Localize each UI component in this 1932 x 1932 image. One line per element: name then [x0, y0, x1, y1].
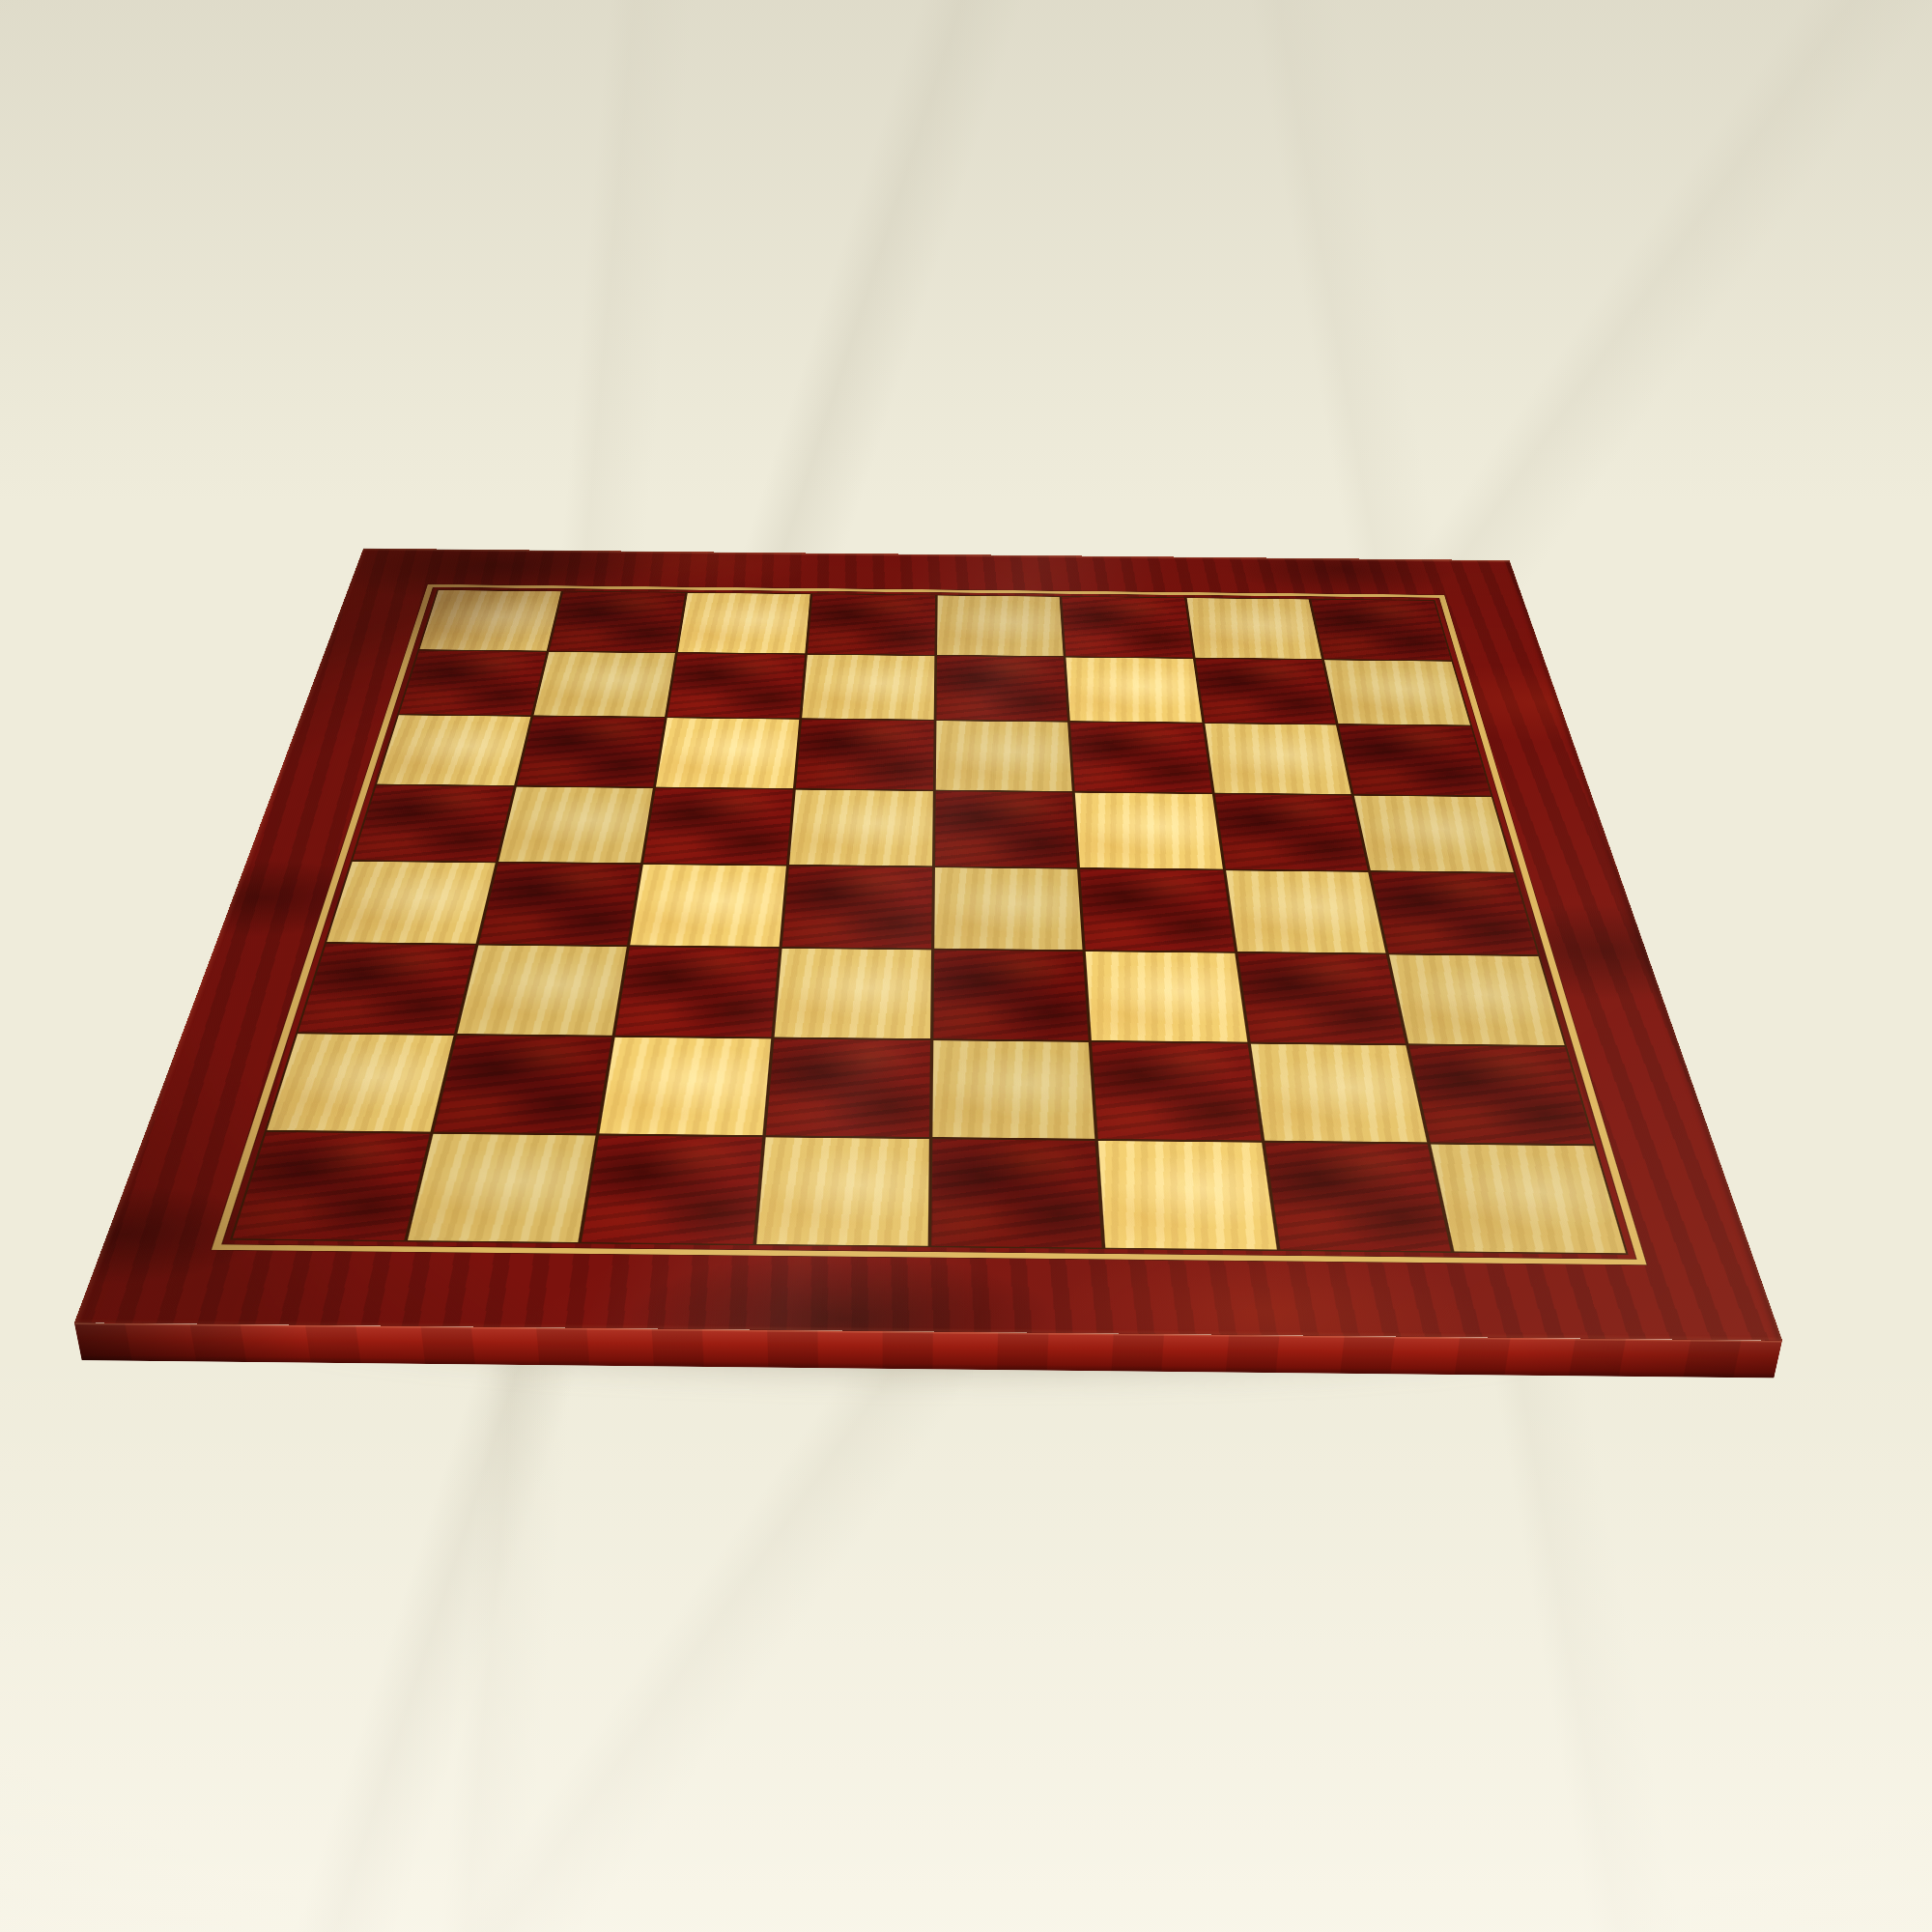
- square-c5: [643, 788, 792, 865]
- square-f1: [1098, 1141, 1277, 1249]
- square-h4: [1372, 872, 1538, 955]
- square-b1: [407, 1134, 595, 1242]
- square-d8: [808, 594, 935, 655]
- square-e3: [933, 951, 1089, 1040]
- square-h2: [1409, 1045, 1594, 1144]
- square-a6: [377, 715, 530, 784]
- square-a1: [233, 1132, 430, 1240]
- square-d1: [756, 1138, 928, 1246]
- square-a3: [298, 944, 475, 1034]
- square-g3: [1237, 953, 1406, 1043]
- square-c4: [630, 865, 785, 947]
- square-e2: [932, 1040, 1095, 1139]
- square-a2: [267, 1034, 453, 1132]
- photo-scene: [0, 0, 1932, 1932]
- square-f4: [1080, 868, 1235, 952]
- square-f6: [1070, 723, 1211, 793]
- board-perspective-wrapper: [241, 174, 1627, 1560]
- square-d4: [782, 866, 932, 948]
- square-b6: [517, 717, 665, 787]
- square-g5: [1215, 794, 1369, 870]
- square-g2: [1251, 1043, 1428, 1142]
- square-a7: [399, 650, 546, 715]
- square-e6: [935, 721, 1072, 791]
- square-d5: [789, 790, 932, 867]
- square-g6: [1205, 724, 1351, 794]
- square-f3: [1086, 952, 1247, 1041]
- square-b3: [457, 946, 627, 1036]
- square-c3: [615, 947, 779, 1037]
- square-c6: [656, 718, 799, 788]
- square-g4: [1226, 870, 1386, 953]
- square-c2: [600, 1037, 771, 1136]
- square-e5: [935, 791, 1078, 867]
- square-h7: [1324, 660, 1470, 725]
- square-f2: [1092, 1042, 1261, 1141]
- square-f7: [1066, 657, 1203, 722]
- square-e8: [937, 595, 1064, 656]
- square-c7: [668, 653, 805, 718]
- square-h5: [1354, 796, 1514, 872]
- square-b2: [433, 1036, 611, 1134]
- square-h8: [1312, 600, 1452, 661]
- square-c8: [678, 593, 810, 653]
- square-h3: [1389, 954, 1564, 1044]
- square-f8: [1062, 597, 1192, 658]
- square-b4: [478, 863, 640, 945]
- board-squares: [230, 589, 1629, 1255]
- square-b8: [549, 591, 685, 651]
- square-a4: [327, 862, 495, 944]
- square-a5: [353, 785, 513, 861]
- square-h1: [1432, 1145, 1626, 1253]
- square-f5: [1075, 793, 1223, 869]
- square-d6: [796, 720, 933, 790]
- square-h6: [1339, 725, 1491, 796]
- square-d3: [775, 949, 931, 1038]
- square-e1: [931, 1139, 1102, 1247]
- square-b5: [498, 786, 653, 863]
- square-d2: [766, 1038, 930, 1137]
- square-g8: [1186, 598, 1321, 659]
- square-e4: [934, 867, 1083, 951]
- board-front-edge: [74, 1322, 1782, 1378]
- square-d7: [802, 655, 934, 720]
- square-g1: [1264, 1143, 1451, 1251]
- square-c1: [582, 1136, 762, 1244]
- square-b7: [533, 652, 675, 717]
- chess-board: [74, 549, 1782, 1341]
- square-a8: [419, 590, 560, 650]
- square-e7: [936, 656, 1067, 721]
- square-g7: [1195, 659, 1336, 724]
